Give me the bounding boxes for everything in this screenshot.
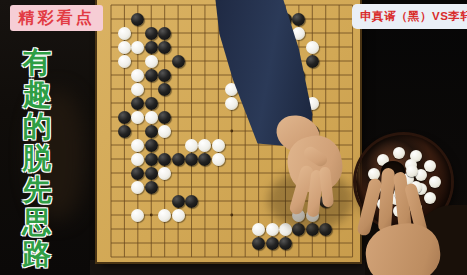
white-stone (131, 111, 144, 124)
white-stone (158, 125, 171, 138)
black-stone (185, 153, 198, 166)
black-stone (158, 41, 171, 54)
go-board (97, 0, 360, 262)
white-stone (306, 41, 319, 54)
white-stone (118, 41, 131, 54)
bowl-empty-gap (381, 161, 405, 182)
black-stone (292, 223, 305, 236)
black-stone (306, 125, 319, 138)
black-stone (172, 55, 185, 68)
vertical-caption-char: 有 (23, 46, 52, 78)
vertical-caption-char: 思 (23, 206, 52, 238)
vertical-caption-char: 路 (23, 238, 52, 270)
bowl-white-stone (380, 183, 392, 195)
black-stone (292, 69, 305, 82)
black-stone (252, 237, 265, 250)
black-stone (306, 55, 319, 68)
white-stone (118, 27, 131, 40)
bowl-white-stone (405, 193, 417, 205)
black-stone (145, 27, 158, 40)
white-stone (292, 111, 305, 124)
white-stone (306, 97, 319, 110)
white-stone (212, 139, 225, 152)
white-stone (131, 153, 144, 166)
white-stone (279, 223, 292, 236)
black-stone (131, 97, 144, 110)
vertical-caption-char: 先 (23, 174, 52, 206)
black-stone (145, 97, 158, 110)
white-stone (131, 181, 144, 194)
white-stone (306, 209, 319, 222)
white-stone (266, 223, 279, 236)
black-stone (185, 195, 198, 208)
vertical-caption-char: 的 (23, 110, 52, 142)
white-stone (131, 209, 144, 222)
white-stone (292, 125, 305, 138)
white-stone (225, 97, 238, 110)
white-stone (198, 139, 211, 152)
bowl-white-stone (429, 176, 441, 188)
black-stone (292, 13, 305, 26)
black-stone (158, 69, 171, 82)
vertical-caption-char: 脱 (23, 142, 52, 174)
black-stone (279, 13, 292, 26)
bowl-white-stone (377, 198, 389, 210)
white-stone (158, 209, 171, 222)
white-stone (131, 139, 144, 152)
black-stone (118, 125, 131, 138)
black-stone (198, 153, 211, 166)
black-stone (306, 223, 319, 236)
white-stone (158, 167, 171, 180)
white-stone (225, 83, 238, 96)
vertical-caption-char: 趣 (23, 78, 52, 110)
white-stone (145, 111, 158, 124)
black-stone (118, 111, 131, 124)
white-stone (279, 27, 292, 40)
white-stone (212, 153, 225, 166)
match-badge-text: 申真谞（黑）VS李轩豪 (352, 9, 467, 24)
black-stone (145, 139, 158, 152)
black-stone (158, 111, 171, 124)
black-stone (131, 13, 144, 26)
white-stone (279, 41, 292, 54)
white-stone (252, 223, 265, 236)
black-stone (319, 223, 332, 236)
white-stone (185, 139, 198, 152)
white-stone (292, 209, 305, 222)
black-stone (319, 195, 332, 208)
bowl-white-stone (368, 184, 380, 196)
black-stone (158, 27, 171, 40)
black-stone (145, 153, 158, 166)
black-stone (279, 55, 292, 68)
bowl-white-stone (410, 181, 422, 193)
highlight-badge: 精彩看点 (10, 5, 103, 31)
bowl-white-stone (406, 165, 418, 177)
white-stone (292, 27, 305, 40)
white-stone (131, 83, 144, 96)
bowl-white-stone (393, 147, 405, 159)
bowl-white-stone (393, 205, 405, 217)
black-stone (266, 237, 279, 250)
black-stone (172, 153, 185, 166)
bowl-white-stone (424, 192, 436, 204)
black-stone (158, 153, 171, 166)
vertical-caption: 有趣的脱先思路 (19, 46, 55, 270)
black-stone (172, 195, 185, 208)
white-stone (118, 55, 131, 68)
bowl-white-stone (394, 187, 406, 199)
match-badge: 申真谞（黑）VS李轩豪 (352, 4, 467, 29)
white-stone (172, 209, 185, 222)
black-stone (131, 167, 144, 180)
bowl-white-stone (368, 168, 380, 180)
black-stone (158, 83, 171, 96)
black-stone (145, 181, 158, 194)
black-stone (145, 41, 158, 54)
black-stone (145, 167, 158, 180)
board-grid-lines (97, 0, 360, 262)
black-stone (279, 237, 292, 250)
table-surface-bottom (90, 260, 365, 275)
black-stone (145, 125, 158, 138)
highlight-badge-text: 精彩看点 (19, 8, 95, 29)
black-stone (306, 153, 319, 166)
white-stone (131, 41, 144, 54)
video-frame: 精彩看点 有趣的脱先思路 申真谞（黑）VS李轩豪 (0, 0, 467, 275)
black-stone (145, 69, 158, 82)
white-stone (145, 55, 158, 68)
black-stone (266, 41, 279, 54)
white-stone (131, 69, 144, 82)
